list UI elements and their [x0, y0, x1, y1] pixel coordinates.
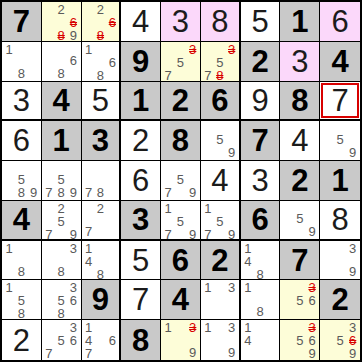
cell-r7c6[interactable]: 2 [201, 241, 241, 281]
candidate-5: 5 [214, 56, 226, 69]
cell-r2c8[interactable]: 3 [280, 42, 320, 82]
solved-digit: 3 [2, 82, 41, 120]
candidate-1: 1 [83, 43, 95, 56]
cell-r4c2[interactable]: 1 [42, 121, 82, 161]
solved-digit: 4 [201, 161, 239, 200]
cell-r7c3[interactable]: 148 [82, 241, 122, 281]
sudoku-board: 7296826843851618681689573573823434512698… [0, 0, 362, 362]
candidate-3: 3 [226, 321, 238, 334]
cell-r4c9[interactable]: 59 [320, 121, 360, 161]
candidate-grid: 563 [281, 281, 318, 318]
candidate-grid: 148 [242, 242, 279, 279]
cell-r5c7[interactable]: 3 [241, 161, 281, 201]
candidate-5: 5 [15, 173, 27, 186]
cell-r8c8[interactable]: 563 [280, 280, 320, 320]
solved-digit: 5 [121, 241, 160, 280]
cell-r5c6[interactable]: 4 [201, 161, 241, 201]
candidate-6-eliminated: 6 [106, 16, 118, 29]
cell-r1c1[interactable]: 7 [2, 2, 42, 42]
solved-digit: 7 [121, 280, 160, 319]
candidate-grid: 5738 [202, 43, 238, 80]
cell-r8c4[interactable]: 7 [121, 280, 161, 320]
candidate-grid: 59 [321, 122, 359, 159]
candidate-7: 7 [162, 228, 174, 241]
solved-digit: 3 [161, 2, 200, 41]
cell-r8c3[interactable]: 9 [82, 280, 122, 320]
solved-digit: 9 [241, 82, 280, 120]
candidate-7: 7 [83, 186, 95, 199]
cell-r5c8[interactable]: 2 [280, 161, 320, 201]
candidate-grid: 1467 [83, 321, 119, 359]
cell-r9c2[interactable]: 3567 [42, 320, 82, 360]
candidate-grid: 5789 [43, 162, 80, 199]
cell-r2c2[interactable]: 68 [42, 42, 82, 82]
solved-digit: 3 [241, 161, 280, 200]
candidate-1: 1 [242, 281, 254, 294]
given-digit: 7 [241, 121, 280, 160]
candidate-8-eliminated: 8 [55, 29, 67, 42]
candidate-4: 4 [83, 255, 95, 268]
solved-digit: 5 [82, 82, 120, 120]
given-digit: 2 [161, 82, 200, 120]
given-digit: 1 [121, 82, 160, 120]
candidate-grid: 193 [162, 321, 199, 359]
candidate-7: 7 [43, 347, 55, 360]
candidate-grid: 589 [3, 162, 40, 199]
cell-r4c6[interactable]: 59 [201, 121, 241, 161]
candidate-9: 9 [346, 265, 359, 278]
given-digit: 8 [280, 82, 319, 120]
candidate-1: 1 [202, 281, 214, 294]
cell-r6c1[interactable]: 4 [2, 201, 42, 241]
given-digit: 3 [121, 201, 160, 239]
given-digit: 2 [201, 241, 239, 280]
candidate-8-eliminated: 8 [94, 29, 106, 42]
candidate-grid: 59 [281, 202, 318, 238]
candidate-9: 9 [226, 146, 238, 159]
candidate-3: 3 [226, 281, 238, 294]
solved-digit: 8 [320, 201, 360, 239]
cell-r9c6[interactable]: 139 [201, 320, 241, 360]
cell-r5c5[interactable]: 579 [161, 161, 201, 201]
given-digit: 7 [2, 2, 41, 41]
cell-r1c2[interactable]: 2968 [42, 2, 82, 42]
cell-r5c4[interactable]: 6 [121, 161, 161, 201]
candidate-grid: 68 [43, 43, 80, 80]
solved-digit: 7 [320, 82, 360, 120]
candidate-8: 8 [15, 307, 27, 320]
solved-digit: 6 [320, 2, 360, 41]
solved-digit: 2 [121, 121, 160, 160]
cell-r5c2[interactable]: 5789 [42, 161, 82, 201]
solved-digit: 5 [241, 2, 280, 41]
candidate-1: 1 [3, 242, 15, 255]
cell-r9c8[interactable]: 5693 [280, 320, 320, 360]
cell-r4c8[interactable]: 4 [280, 121, 320, 161]
candidate-9: 9 [67, 186, 79, 199]
cell-r3c7[interactable]: 9 [241, 82, 281, 122]
given-digit: 4 [42, 82, 81, 120]
candidate-grid: 18 [3, 242, 40, 279]
candidate-6: 6 [306, 294, 318, 307]
candidate-8: 8 [254, 268, 266, 281]
candidate-1: 1 [202, 202, 214, 215]
cell-r9c3[interactable]: 1467 [82, 320, 122, 360]
candidate-3-eliminated: 3 [306, 281, 318, 294]
candidate-grid: 14 [242, 321, 279, 359]
given-digit: 9 [82, 280, 120, 319]
candidate-8: 8 [94, 69, 106, 82]
cell-r9c7[interactable]: 14 [241, 320, 281, 360]
cell-r7c5[interactable]: 6 [161, 241, 201, 281]
candidate-grid: 579 [162, 162, 199, 199]
candidate-9: 9 [67, 228, 79, 241]
cell-r3c3[interactable]: 5 [82, 82, 122, 122]
candidate-grid: 2968 [43, 3, 80, 40]
candidate-5: 5 [174, 56, 186, 69]
cell-r6c4[interactable]: 3 [121, 201, 161, 241]
cell-r1c3[interactable]: 268 [82, 2, 122, 42]
candidate-grid: 18 [3, 43, 40, 80]
solved-digit: 4 [121, 2, 160, 41]
cell-r6c7[interactable]: 6 [241, 201, 281, 241]
candidate-9: 9 [28, 186, 40, 199]
cell-r5c9[interactable]: 1 [320, 161, 360, 201]
candidate-7: 7 [83, 225, 95, 238]
cell-r2c6[interactable]: 5738 [201, 42, 241, 82]
candidate-8: 8 [15, 265, 27, 278]
candidate-6-eliminated: 6 [67, 16, 79, 29]
cell-r2c4[interactable]: 9 [121, 42, 161, 82]
cell-r6c2[interactable]: 2579 [42, 201, 82, 241]
cell-r7c9[interactable]: 39 [320, 241, 360, 281]
candidate-7: 7 [162, 186, 174, 199]
candidate-5: 5 [55, 334, 67, 347]
cell-r1c7[interactable]: 5 [241, 2, 281, 42]
candidate-grid: 168 [83, 43, 119, 80]
given-digit: 2 [241, 42, 280, 81]
given-digit: 8 [121, 320, 160, 360]
cell-r2c5[interactable]: 573 [161, 42, 201, 82]
candidate-grid: 158 [3, 281, 40, 318]
candidate-grid: 1579 [202, 202, 238, 238]
cell-r8c9[interactable]: 2 [320, 280, 360, 320]
cell-r2c9[interactable]: 4 [320, 42, 360, 82]
candidate-6-eliminated: 6 [346, 334, 359, 347]
solved-digit: 8 [201, 2, 239, 41]
candidate-9: 9 [306, 225, 318, 238]
cell-r1c8[interactable]: 1 [280, 2, 320, 42]
cell-r6c6[interactable]: 1579 [201, 201, 241, 241]
cell-r9c5[interactable]: 193 [161, 320, 201, 360]
candidate-9: 9 [187, 346, 199, 359]
solved-digit: 3 [280, 42, 319, 81]
cell-r4c3[interactable]: 3 [82, 121, 122, 161]
cell-r4c4[interactable]: 2 [121, 121, 161, 161]
candidate-8: 8 [55, 67, 67, 80]
candidate-grid: 148 [83, 242, 119, 279]
cell-r5c1[interactable]: 589 [2, 161, 42, 201]
solved-digit: 6 [121, 161, 160, 200]
cell-r9c4[interactable]: 8 [121, 320, 161, 360]
candidate-7: 7 [43, 186, 55, 199]
cell-r1c6[interactable]: 8 [201, 2, 241, 42]
candidate-7: 7 [83, 347, 95, 360]
candidate-9: 9 [187, 228, 199, 241]
given-digit: 1 [280, 2, 319, 41]
cell-r8c6[interactable]: 13 [201, 280, 241, 320]
candidate-3: 3 [346, 242, 359, 255]
candidate-9: 9 [187, 186, 199, 199]
cell-r6c8[interactable]: 59 [280, 201, 320, 241]
candidate-3-eliminated: 3 [187, 321, 199, 334]
candidate-6: 6 [106, 56, 118, 69]
candidate-3-eliminated: 3 [187, 43, 199, 56]
candidate-1: 1 [202, 321, 214, 334]
candidate-1: 1 [162, 321, 174, 334]
cell-r3c8[interactable]: 8 [280, 82, 320, 122]
given-digit: 1 [320, 161, 360, 200]
cell-r7c8[interactable]: 7 [280, 241, 320, 281]
given-digit: 2 [280, 161, 319, 200]
cell-r4c1[interactable]: 6 [2, 121, 42, 161]
candidate-2: 2 [55, 3, 67, 16]
given-digit: 4 [161, 280, 200, 319]
candidate-grid: 39 [321, 242, 359, 279]
candidate-5: 5 [55, 173, 67, 186]
candidate-grid: 2579 [43, 202, 80, 238]
candidate-grid: 3596 [321, 321, 359, 359]
candidate-8: 8 [55, 265, 67, 278]
candidate-6: 6 [67, 334, 79, 347]
candidate-grid: 38 [43, 242, 80, 279]
candidate-1: 1 [3, 43, 15, 56]
candidate-6: 6 [67, 294, 79, 307]
cell-r8c1[interactable]: 158 [2, 280, 42, 320]
candidate-grid: 573 [162, 43, 199, 80]
cell-r8c5[interactable]: 4 [161, 280, 201, 320]
candidate-3-eliminated: 3 [306, 321, 318, 334]
given-digit: 1 [42, 121, 81, 160]
cell-r9c1[interactable]: 2 [2, 320, 42, 360]
candidate-grid: 13 [202, 281, 238, 318]
candidate-grid: 18 [242, 281, 279, 318]
cell-r7c2[interactable]: 38 [42, 241, 82, 281]
cell-r1c4[interactable]: 4 [121, 2, 161, 42]
candidate-5: 5 [294, 294, 306, 307]
candidate-8: 8 [55, 186, 67, 199]
candidate-8: 8 [94, 186, 106, 199]
candidate-7: 7 [202, 228, 214, 241]
solved-digit: 6 [2, 121, 41, 160]
given-digit: 6 [241, 201, 280, 239]
cell-r8c7[interactable]: 18 [241, 280, 281, 320]
cell-r7c7[interactable]: 148 [241, 241, 281, 281]
cell-r3c2[interactable]: 4 [42, 82, 82, 122]
candidate-2: 2 [94, 3, 106, 16]
candidate-5: 5 [334, 133, 347, 146]
cell-r5c3[interactable]: 78 [82, 161, 122, 201]
candidate-5: 5 [174, 215, 186, 228]
cell-r3c4[interactable]: 1 [121, 82, 161, 122]
given-digit: 9 [121, 42, 160, 81]
candidate-6: 6 [67, 54, 79, 67]
cell-r2c3[interactable]: 168 [82, 42, 122, 82]
candidate-grid: 3567 [43, 321, 80, 359]
cell-r1c5[interactable]: 3 [161, 2, 201, 42]
cell-r6c9[interactable]: 8 [320, 201, 360, 241]
candidate-9: 9 [346, 146, 359, 159]
given-digit: 7 [280, 241, 319, 280]
candidate-4: 4 [242, 255, 254, 268]
candidate-grid: 59 [202, 122, 238, 159]
candidate-grid: 268 [83, 3, 119, 40]
candidate-8: 8 [254, 305, 266, 318]
candidate-grid: 1579 [162, 202, 199, 238]
candidate-5: 5 [55, 215, 67, 228]
candidate-8: 8 [15, 67, 27, 80]
candidate-5: 5 [214, 215, 226, 228]
candidate-7: 7 [202, 69, 214, 82]
candidate-5: 5 [294, 212, 306, 225]
candidate-grid: 139 [202, 321, 238, 359]
given-digit: 8 [161, 121, 200, 160]
given-digit: 4 [320, 42, 360, 81]
candidate-grid: 27 [83, 202, 119, 238]
cell-r3c1[interactable]: 3 [2, 82, 42, 122]
candidate-3-eliminated: 3 [226, 43, 238, 56]
candidate-2: 2 [94, 202, 106, 215]
candidate-1: 1 [3, 281, 15, 294]
candidate-grid: 78 [83, 162, 119, 199]
given-digit: 2 [320, 280, 360, 319]
candidate-grid: 5693 [281, 321, 318, 359]
cell-r6c3[interactable]: 27 [82, 201, 122, 241]
candidate-9: 9 [226, 346, 238, 359]
candidate-1: 1 [83, 242, 95, 255]
candidate-9: 9 [67, 29, 79, 42]
candidate-grid: 3568 [43, 281, 80, 318]
candidate-7: 7 [162, 69, 174, 82]
candidate-1: 1 [162, 202, 174, 215]
candidate-7: 7 [43, 228, 55, 241]
candidate-9: 9 [226, 228, 238, 241]
solved-digit: 4 [280, 121, 319, 160]
given-digit: 6 [201, 82, 239, 120]
given-digit: 4 [2, 201, 41, 239]
candidate-8: 8 [55, 307, 67, 320]
cell-r9c9[interactable]: 3596 [320, 320, 360, 360]
candidate-1: 1 [242, 242, 254, 255]
cell-r7c4[interactable]: 5 [121, 241, 161, 281]
cell-r7c1[interactable]: 18 [2, 241, 42, 281]
cell-r8c2[interactable]: 3568 [42, 280, 82, 320]
cell-r3c5[interactable]: 2 [161, 82, 201, 122]
cell-r3c9[interactable]: 7 [320, 82, 360, 122]
candidate-8: 8 [15, 186, 27, 199]
cell-r3c6[interactable]: 6 [201, 82, 241, 122]
given-digit: 3 [82, 121, 120, 160]
candidate-5: 5 [174, 173, 186, 186]
candidate-5: 5 [294, 334, 306, 347]
cell-r6c5[interactable]: 1579 [161, 201, 201, 241]
candidate-9: 9 [306, 347, 318, 360]
cell-r1c9[interactable]: 6 [320, 2, 360, 42]
cell-r4c5[interactable]: 8 [161, 121, 201, 161]
solved-digit: 2 [2, 320, 41, 360]
cell-r2c1[interactable]: 18 [2, 42, 42, 82]
cell-r2c7[interactable]: 2 [241, 42, 281, 82]
given-digit: 6 [161, 241, 200, 280]
candidate-5: 5 [214, 133, 226, 146]
candidate-8-eliminated: 8 [214, 69, 226, 82]
cell-r4c7[interactable]: 7 [241, 121, 281, 161]
candidate-6: 6 [106, 334, 118, 347]
candidate-3: 3 [67, 242, 79, 255]
candidate-5: 5 [334, 334, 347, 347]
candidate-9: 9 [346, 347, 359, 360]
candidate-2: 2 [55, 202, 67, 215]
candidate-8: 8 [94, 268, 106, 281]
candidate-4: 4 [242, 334, 254, 347]
